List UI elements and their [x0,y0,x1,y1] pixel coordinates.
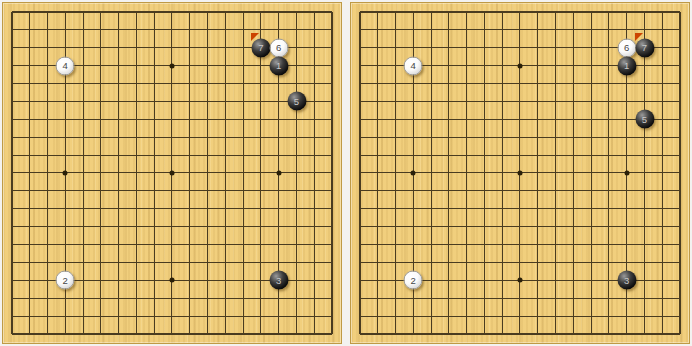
intersection[interactable] [74,164,92,182]
intersection[interactable] [440,57,458,75]
intersection[interactable] [305,39,323,57]
intersection[interactable] [351,325,369,343]
intersection[interactable] [476,92,494,110]
intersection[interactable] [56,21,74,39]
intersection[interactable] [74,21,92,39]
intersection[interactable] [288,128,306,146]
stone-black-5[interactable]: 5 [635,110,654,129]
intersection[interactable] [199,254,217,272]
intersection[interactable] [636,164,654,182]
intersection[interactable] [600,164,618,182]
intersection[interactable] [387,164,405,182]
intersection[interactable] [92,21,110,39]
intersection[interactable] [92,75,110,93]
intersection[interactable] [145,21,163,39]
intersection[interactable] [440,3,458,21]
intersection[interactable] [351,3,369,21]
intersection[interactable] [422,3,440,21]
intersection[interactable] [163,3,181,21]
intersection[interactable] [547,307,565,325]
intersection[interactable] [74,289,92,307]
intersection[interactable] [92,128,110,146]
intersection[interactable] [653,289,671,307]
intersection[interactable] [493,271,511,289]
intersection[interactable] [582,307,600,325]
intersection[interactable] [422,325,440,343]
intersection[interactable]: 4 [56,57,74,75]
intersection[interactable] [305,236,323,254]
intersection[interactable] [547,146,565,164]
intersection[interactable] [163,182,181,200]
intersection[interactable] [288,182,306,200]
intersection[interactable] [404,200,422,218]
intersection[interactable] [440,21,458,39]
intersection[interactable] [600,21,618,39]
intersection[interactable] [582,325,600,343]
intersection[interactable] [288,21,306,39]
intersection[interactable] [181,325,199,343]
intersection[interactable] [74,92,92,110]
intersection[interactable] [493,110,511,128]
intersection[interactable] [458,75,476,93]
intersection[interactable] [582,164,600,182]
intersection[interactable] [476,271,494,289]
intersection[interactable] [92,236,110,254]
intersection[interactable] [234,39,252,57]
intersection[interactable] [216,218,234,236]
intersection[interactable] [305,128,323,146]
intersection[interactable] [351,218,369,236]
intersection[interactable] [252,254,270,272]
intersection[interactable] [3,21,21,39]
intersection[interactable] [39,39,57,57]
intersection[interactable] [92,164,110,182]
intersection[interactable] [653,110,671,128]
intersection[interactable] [39,92,57,110]
intersection[interactable] [422,182,440,200]
intersection[interactable] [547,254,565,272]
intersection[interactable] [56,128,74,146]
intersection[interactable] [216,110,234,128]
intersection[interactable] [440,75,458,93]
intersection[interactable] [582,39,600,57]
intersection[interactable] [234,110,252,128]
intersection[interactable] [252,3,270,21]
intersection[interactable] [234,57,252,75]
intersection[interactable] [181,75,199,93]
intersection[interactable] [493,200,511,218]
intersection[interactable] [199,57,217,75]
intersection[interactable] [39,325,57,343]
intersection[interactable] [422,75,440,93]
intersection[interactable] [653,21,671,39]
intersection[interactable] [529,325,547,343]
intersection[interactable] [21,289,39,307]
intersection[interactable] [671,200,689,218]
intersection[interactable] [618,110,636,128]
intersection[interactable] [199,110,217,128]
intersection[interactable] [270,75,288,93]
intersection[interactable] [252,325,270,343]
intersection[interactable] [92,325,110,343]
intersection[interactable] [493,75,511,93]
intersection[interactable] [110,21,128,39]
intersection[interactable] [636,57,654,75]
intersection[interactable] [636,289,654,307]
intersection[interactable] [199,236,217,254]
intersection[interactable] [351,182,369,200]
intersection[interactable] [163,39,181,57]
intersection[interactable] [564,128,582,146]
intersection[interactable] [493,289,511,307]
intersection[interactable] [600,146,618,164]
intersection[interactable] [636,254,654,272]
intersection[interactable] [145,39,163,57]
intersection[interactable] [458,21,476,39]
intersection[interactable] [270,128,288,146]
intersection[interactable] [440,182,458,200]
intersection[interactable] [110,146,128,164]
intersection[interactable] [493,39,511,57]
intersection[interactable] [440,236,458,254]
intersection[interactable] [3,128,21,146]
intersection[interactable] [547,110,565,128]
intersection[interactable] [323,200,341,218]
intersection[interactable] [216,307,234,325]
intersection[interactable] [653,218,671,236]
intersection[interactable] [458,200,476,218]
intersection[interactable]: 6 [270,39,288,57]
intersection[interactable] [636,236,654,254]
stone-white-6[interactable]: 6 [269,38,288,57]
intersection[interactable] [234,271,252,289]
intersection[interactable] [476,236,494,254]
intersection[interactable] [511,21,529,39]
intersection[interactable] [387,325,405,343]
intersection[interactable] [387,21,405,39]
intersection[interactable] [476,325,494,343]
intersection[interactable] [653,325,671,343]
intersection[interactable] [110,325,128,343]
intersection[interactable] [288,39,306,57]
intersection[interactable] [618,75,636,93]
intersection[interactable] [351,39,369,57]
intersection[interactable] [288,254,306,272]
intersection[interactable] [181,289,199,307]
intersection[interactable] [163,164,181,182]
intersection[interactable] [288,236,306,254]
intersection[interactable] [351,57,369,75]
intersection[interactable] [270,200,288,218]
intersection[interactable] [199,271,217,289]
intersection[interactable] [288,3,306,21]
intersection[interactable] [636,200,654,218]
intersection[interactable] [653,307,671,325]
intersection[interactable] [351,254,369,272]
intersection[interactable] [671,128,689,146]
intersection[interactable] [216,289,234,307]
intersection[interactable] [476,146,494,164]
intersection[interactable] [145,307,163,325]
intersection[interactable] [636,146,654,164]
intersection[interactable] [422,128,440,146]
intersection[interactable]: 6 [618,39,636,57]
intersection[interactable] [3,307,21,325]
intersection[interactable] [529,200,547,218]
intersection[interactable] [636,307,654,325]
intersection[interactable] [92,182,110,200]
intersection[interactable] [145,271,163,289]
intersection[interactable] [351,92,369,110]
intersection[interactable] [21,307,39,325]
intersection[interactable] [288,75,306,93]
intersection[interactable]: 5 [636,110,654,128]
intersection[interactable] [252,289,270,307]
intersection[interactable] [493,128,511,146]
intersection[interactable] [387,200,405,218]
intersection[interactable] [181,254,199,272]
intersection[interactable] [476,21,494,39]
intersection[interactable] [404,146,422,164]
intersection[interactable] [600,289,618,307]
intersection[interactable] [92,146,110,164]
intersection[interactable] [199,182,217,200]
intersection[interactable] [440,92,458,110]
intersection[interactable] [404,254,422,272]
intersection[interactable] [216,39,234,57]
intersection[interactable] [564,39,582,57]
intersection[interactable] [56,200,74,218]
intersection[interactable] [618,325,636,343]
intersection[interactable] [564,307,582,325]
intersection[interactable] [422,146,440,164]
intersection[interactable] [128,146,146,164]
intersection[interactable] [476,182,494,200]
intersection[interactable] [128,57,146,75]
intersection[interactable] [636,182,654,200]
intersection[interactable] [305,21,323,39]
intersection[interactable] [270,146,288,164]
intersection[interactable] [440,39,458,57]
intersection[interactable] [653,146,671,164]
intersection[interactable] [305,182,323,200]
intersection[interactable] [547,236,565,254]
intersection[interactable] [74,3,92,21]
intersection[interactable] [547,164,565,182]
intersection[interactable] [564,57,582,75]
intersection[interactable] [369,3,387,21]
intersection[interactable] [493,92,511,110]
intersection[interactable] [564,3,582,21]
intersection[interactable] [653,182,671,200]
intersection[interactable] [216,254,234,272]
intersection[interactable] [39,182,57,200]
intersection[interactable] [270,236,288,254]
intersection[interactable] [529,92,547,110]
intersection[interactable] [511,146,529,164]
intersection[interactable] [181,236,199,254]
intersection[interactable] [323,271,341,289]
intersection[interactable] [564,325,582,343]
intersection[interactable] [163,21,181,39]
intersection[interactable]: 2 [56,271,74,289]
intersection[interactable] [323,307,341,325]
intersection[interactable] [56,164,74,182]
intersection[interactable] [511,182,529,200]
intersection[interactable] [92,254,110,272]
intersection[interactable] [252,75,270,93]
intersection[interactable] [288,325,306,343]
intersection[interactable] [56,254,74,272]
intersection[interactable] [163,236,181,254]
intersection[interactable] [145,3,163,21]
intersection[interactable] [671,182,689,200]
intersection[interactable] [404,128,422,146]
intersection[interactable] [369,110,387,128]
intersection[interactable] [163,325,181,343]
intersection[interactable] [145,236,163,254]
intersection[interactable] [110,39,128,57]
intersection[interactable] [181,3,199,21]
intersection[interactable] [39,75,57,93]
intersection[interactable] [270,3,288,21]
intersection[interactable] [440,254,458,272]
intersection[interactable] [458,146,476,164]
intersection[interactable] [128,289,146,307]
intersection[interactable] [387,57,405,75]
intersection[interactable] [440,128,458,146]
intersection[interactable] [110,164,128,182]
intersection[interactable] [618,289,636,307]
intersection[interactable] [110,271,128,289]
intersection[interactable] [92,307,110,325]
intersection[interactable] [74,128,92,146]
intersection[interactable] [181,182,199,200]
intersection[interactable] [351,164,369,182]
intersection[interactable] [493,146,511,164]
intersection[interactable] [234,182,252,200]
intersection[interactable] [199,75,217,93]
intersection[interactable] [3,271,21,289]
intersection[interactable] [458,325,476,343]
intersection[interactable] [511,75,529,93]
intersection[interactable]: 1 [618,57,636,75]
intersection[interactable] [56,75,74,93]
stone-black-7[interactable]: 7 [635,38,654,57]
intersection[interactable] [653,164,671,182]
intersection[interactable] [387,110,405,128]
intersection[interactable] [181,146,199,164]
intersection[interactable] [128,75,146,93]
intersection[interactable] [387,218,405,236]
intersection[interactable] [582,21,600,39]
intersection[interactable] [163,128,181,146]
intersection[interactable] [270,92,288,110]
intersection[interactable] [440,218,458,236]
intersection[interactable] [476,57,494,75]
intersection[interactable] [216,128,234,146]
intersection[interactable] [234,254,252,272]
intersection[interactable] [21,200,39,218]
intersection[interactable] [369,128,387,146]
intersection[interactable] [636,3,654,21]
intersection[interactable] [216,325,234,343]
intersection[interactable] [270,110,288,128]
intersection[interactable] [199,3,217,21]
intersection[interactable] [351,75,369,93]
intersection[interactable] [547,182,565,200]
stone-black-5[interactable]: 5 [287,92,306,111]
intersection[interactable] [476,218,494,236]
intersection[interactable] [653,200,671,218]
intersection[interactable] [21,128,39,146]
intersection[interactable] [163,289,181,307]
intersection[interactable] [600,182,618,200]
intersection[interactable] [582,57,600,75]
intersection[interactable] [653,39,671,57]
stone-black-3[interactable]: 3 [617,271,636,290]
intersection[interactable] [369,271,387,289]
intersection[interactable] [145,110,163,128]
intersection[interactable] [529,3,547,21]
intersection[interactable] [74,146,92,164]
intersection[interactable] [128,39,146,57]
intersection[interactable] [56,236,74,254]
intersection[interactable] [564,236,582,254]
intersection[interactable] [234,164,252,182]
intersection[interactable] [234,146,252,164]
intersection[interactable] [600,75,618,93]
intersection[interactable] [582,92,600,110]
intersection[interactable] [422,21,440,39]
intersection[interactable] [547,57,565,75]
intersection[interactable] [3,236,21,254]
intersection[interactable] [636,92,654,110]
intersection[interactable] [547,218,565,236]
intersection[interactable] [422,218,440,236]
intersection[interactable] [92,3,110,21]
intersection[interactable] [234,236,252,254]
intersection[interactable] [216,3,234,21]
intersection[interactable] [199,21,217,39]
intersection[interactable] [110,92,128,110]
intersection[interactable] [39,307,57,325]
intersection[interactable] [128,110,146,128]
intersection[interactable] [671,3,689,21]
intersection[interactable] [163,92,181,110]
intersection[interactable]: 3 [270,271,288,289]
stone-white-4[interactable]: 4 [56,56,75,75]
intersection[interactable] [110,110,128,128]
intersection[interactable] [163,254,181,272]
intersection[interactable] [476,128,494,146]
intersection[interactable] [39,3,57,21]
intersection[interactable] [618,307,636,325]
intersection[interactable] [422,254,440,272]
intersection[interactable] [671,271,689,289]
intersection[interactable] [181,271,199,289]
intersection[interactable] [564,254,582,272]
intersection[interactable] [92,57,110,75]
intersection[interactable] [387,39,405,57]
intersection[interactable] [387,75,405,93]
intersection[interactable] [92,200,110,218]
intersection[interactable] [618,146,636,164]
intersection[interactable] [493,307,511,325]
intersection[interactable] [369,92,387,110]
intersection[interactable] [636,75,654,93]
intersection[interactable] [21,164,39,182]
